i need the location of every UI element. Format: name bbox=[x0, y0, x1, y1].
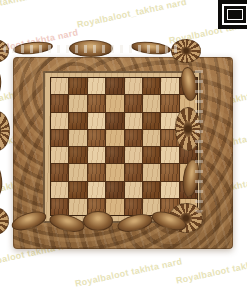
square-b1[interactable] bbox=[69, 199, 86, 215]
square-f1[interactable] bbox=[143, 199, 160, 215]
square-c2[interactable] bbox=[88, 182, 105, 198]
square-g1[interactable] bbox=[161, 199, 178, 215]
square-f5[interactable] bbox=[143, 130, 160, 146]
square-e8[interactable] bbox=[125, 78, 142, 94]
square-e7[interactable] bbox=[125, 95, 142, 111]
square-c8[interactable] bbox=[88, 78, 105, 94]
square-c3[interactable] bbox=[88, 164, 105, 180]
frame-ornament-top-flower bbox=[69, 40, 113, 57]
square-b3[interactable] bbox=[69, 164, 86, 180]
square-e5[interactable] bbox=[125, 130, 142, 146]
square-h3[interactable] bbox=[180, 164, 197, 180]
watermark-text-1: Royalbaloot takhta nard bbox=[0, 0, 51, 20]
square-g3[interactable] bbox=[161, 164, 178, 180]
square-h2[interactable] bbox=[180, 182, 197, 198]
square-c4[interactable] bbox=[88, 147, 105, 163]
square-h5[interactable] bbox=[180, 130, 197, 146]
square-d4[interactable] bbox=[106, 147, 123, 163]
square-b5[interactable] bbox=[69, 130, 86, 146]
square-d8[interactable] bbox=[106, 78, 123, 94]
watermark-text-4: Royalbaloot takhta nard bbox=[0, 27, 79, 60]
square-f3[interactable] bbox=[143, 164, 160, 180]
square-h4[interactable] bbox=[180, 147, 197, 163]
square-f2[interactable] bbox=[143, 182, 160, 198]
frame-ornament-top-leaf-right bbox=[130, 40, 171, 56]
square-a3[interactable] bbox=[51, 164, 68, 180]
square-f7[interactable] bbox=[143, 95, 160, 111]
square-c5[interactable] bbox=[88, 130, 105, 146]
square-c7[interactable] bbox=[88, 95, 105, 111]
watermark-text-12: Royalbaloot takhta nard bbox=[74, 256, 183, 289]
square-e3[interactable] bbox=[125, 164, 142, 180]
square-h6[interactable] bbox=[180, 113, 197, 129]
square-g7[interactable] bbox=[161, 95, 178, 111]
chess-board bbox=[13, 57, 233, 249]
square-e6[interactable] bbox=[125, 113, 142, 129]
board-grid bbox=[50, 77, 198, 216]
square-g2[interactable] bbox=[161, 182, 178, 198]
frame-ornament-corner-bl bbox=[0, 207, 9, 235]
square-d2[interactable] bbox=[106, 182, 123, 198]
square-b2[interactable] bbox=[69, 182, 86, 198]
square-h1[interactable] bbox=[180, 199, 197, 215]
square-g4[interactable] bbox=[161, 147, 178, 163]
board-margin bbox=[43, 71, 201, 223]
square-e2[interactable] bbox=[125, 182, 142, 198]
square-d6[interactable] bbox=[106, 113, 123, 129]
square-a1[interactable] bbox=[51, 199, 68, 215]
square-a8[interactable] bbox=[51, 78, 68, 94]
product-photo: Royalbaloot takhta nardRoyalbaloot_takht… bbox=[0, 0, 247, 296]
square-b6[interactable] bbox=[69, 113, 86, 129]
square-g5[interactable] bbox=[161, 130, 178, 146]
square-d7[interactable] bbox=[106, 95, 123, 111]
watermark-text-2: Royalbaloot_takhta nard bbox=[76, 0, 188, 30]
square-a2[interactable] bbox=[51, 182, 68, 198]
square-b4[interactable] bbox=[69, 147, 86, 163]
square-e4[interactable] bbox=[125, 147, 142, 163]
square-a4[interactable] bbox=[51, 147, 68, 163]
square-c1[interactable] bbox=[88, 199, 105, 215]
square-g8[interactable] bbox=[161, 78, 178, 94]
square-a5[interactable] bbox=[51, 130, 68, 146]
square-d1[interactable] bbox=[106, 199, 123, 215]
square-h7[interactable] bbox=[180, 95, 197, 111]
logo-frame-inner-icon bbox=[227, 9, 243, 20]
square-e1[interactable] bbox=[125, 199, 142, 215]
square-f4[interactable] bbox=[143, 147, 160, 163]
square-g6[interactable] bbox=[161, 113, 178, 129]
square-a7[interactable] bbox=[51, 95, 68, 111]
square-d5[interactable] bbox=[106, 130, 123, 146]
square-h8[interactable] bbox=[180, 78, 197, 94]
watermark-text-13: Royalbaloot takhta nard bbox=[175, 253, 247, 286]
square-f6[interactable] bbox=[143, 113, 160, 129]
brand-logo bbox=[218, 0, 247, 29]
square-d3[interactable] bbox=[106, 164, 123, 180]
square-b7[interactable] bbox=[69, 95, 86, 111]
square-b8[interactable] bbox=[69, 78, 86, 94]
square-f8[interactable] bbox=[143, 78, 160, 94]
square-c6[interactable] bbox=[88, 113, 105, 129]
square-a6[interactable] bbox=[51, 113, 68, 129]
